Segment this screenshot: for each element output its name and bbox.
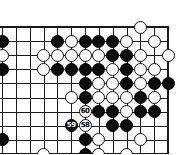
board-right-border [167,27,169,154]
stone-white[interactable] [120,91,133,104]
stone-white[interactable] [92,148,105,155]
stone-black[interactable] [0,133,9,146]
stone-black[interactable] [106,119,119,132]
stone-white[interactable] [120,105,133,118]
stone-move-59[interactable]: 59 [65,119,78,132]
stone-white[interactable] [134,49,147,62]
stone-white[interactable] [37,63,50,76]
stone-black[interactable] [148,105,161,118]
stone-white[interactable] [92,77,105,90]
stone-white[interactable] [134,21,147,34]
stone-black[interactable] [79,133,92,146]
stone-black[interactable] [120,63,133,76]
stone-black[interactable] [106,35,119,48]
move-number-label: 59 [67,122,76,129]
stone-white[interactable] [148,63,161,76]
stone-black[interactable] [0,63,9,76]
grid-vline [30,27,31,154]
go-board: 605958 [0,0,180,154]
stone-white[interactable] [0,49,9,62]
stone-white[interactable] [134,63,147,76]
stone-move-60[interactable]: 60 [79,105,92,118]
stone-black[interactable] [92,35,105,48]
stone-black[interactable] [79,35,92,48]
stone-move-58[interactable]: 58 [79,119,92,132]
stone-white[interactable] [134,133,147,146]
stone-white[interactable] [106,63,119,76]
stone-white[interactable] [120,148,133,155]
stone-white[interactable] [120,35,133,48]
stone-white[interactable] [92,91,105,104]
stone-white[interactable] [65,49,78,62]
stone-black[interactable] [0,35,9,48]
stone-white[interactable] [37,148,50,155]
stone-black[interactable] [79,63,92,76]
stone-white[interactable] [148,91,161,104]
stone-white[interactable] [134,77,147,90]
grid-vline [16,27,17,154]
stone-black[interactable] [51,63,64,76]
stone-black[interactable] [79,77,92,90]
stone-black[interactable] [51,35,64,48]
stone-white[interactable] [92,49,105,62]
stone-black[interactable] [79,91,92,104]
stone-white[interactable] [37,49,50,62]
move-number-label: 58 [81,122,90,129]
stone-black[interactable] [120,49,133,62]
stone-white[interactable] [79,49,92,62]
stone-black[interactable] [120,119,133,132]
stone-black[interactable] [92,63,105,76]
stone-black[interactable] [106,49,119,62]
stone-black[interactable] [65,63,78,76]
move-number-label: 60 [81,108,90,115]
stone-white[interactable] [51,49,64,62]
go-diagram-screenshot: 605958 [0,0,180,154]
stone-white[interactable] [106,77,119,90]
stone-white[interactable] [162,49,175,62]
stone-black[interactable] [134,105,147,118]
stone-white[interactable] [65,35,78,48]
stone-black[interactable] [162,77,175,90]
stone-black[interactable] [134,91,147,104]
stone-black[interactable] [120,77,133,90]
grid-vline [44,27,45,154]
stone-black[interactable] [148,77,161,90]
stone-black[interactable] [79,148,92,155]
stone-white[interactable] [148,35,161,48]
stone-white[interactable] [65,91,78,104]
stone-black[interactable] [92,105,105,118]
stone-white[interactable] [92,133,105,146]
stone-black[interactable] [106,105,119,118]
stone-white[interactable] [106,91,119,104]
